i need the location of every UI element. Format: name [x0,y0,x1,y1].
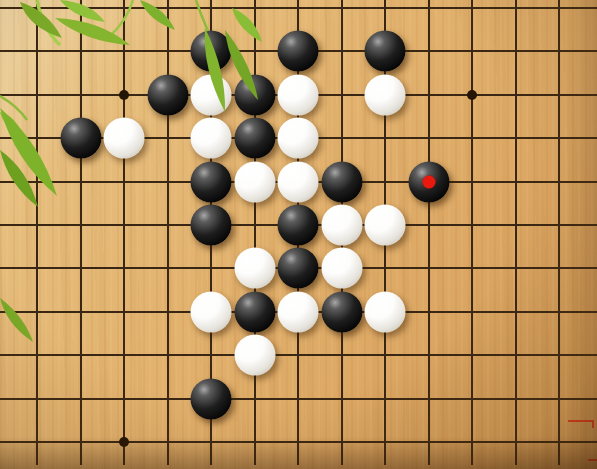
black-stone [234,74,275,115]
white-stone [321,248,362,289]
white-stone [365,291,406,332]
last-move-marker [422,175,435,188]
black-stone [191,378,232,419]
white-stone [104,118,145,159]
white-stone [278,118,319,159]
white-stone [321,205,362,246]
grid-line-horizontal [0,441,597,443]
white-stone [191,291,232,332]
grid-line-vertical [80,0,82,465]
black-stone [365,31,406,72]
white-stone [365,74,406,115]
grid-line-vertical [428,0,430,465]
go-board[interactable] [0,0,597,469]
black-stone [147,74,188,115]
black-stone [321,291,362,332]
black-stone [191,31,232,72]
white-stone [278,161,319,202]
white-stone [234,248,275,289]
star-point [119,90,129,100]
grid-line-vertical [558,0,560,465]
white-stone [191,74,232,115]
white-stone [234,161,275,202]
grid-line-horizontal [0,7,597,9]
white-stone [365,205,406,246]
black-stone [278,205,319,246]
black-stone [60,118,101,159]
game-screenshot [0,0,597,469]
black-stone [278,248,319,289]
grid-line-vertical [471,0,473,465]
grid-line-horizontal [0,354,597,356]
black-stone [234,118,275,159]
star-point [467,90,477,100]
white-stone [234,335,275,376]
grid-line-horizontal [0,398,597,400]
grid-line-vertical [167,0,169,465]
white-stone [278,74,319,115]
black-stone [191,161,232,202]
black-stone [278,31,319,72]
white-stone [278,291,319,332]
star-point [119,437,129,447]
black-stone [321,161,362,202]
white-stone [191,118,232,159]
grid-line-vertical [254,0,256,465]
black-stone [191,205,232,246]
grid-line-vertical [123,0,125,465]
grid-line-vertical [515,0,517,465]
grid-line-vertical [36,0,38,465]
black-stone [234,291,275,332]
